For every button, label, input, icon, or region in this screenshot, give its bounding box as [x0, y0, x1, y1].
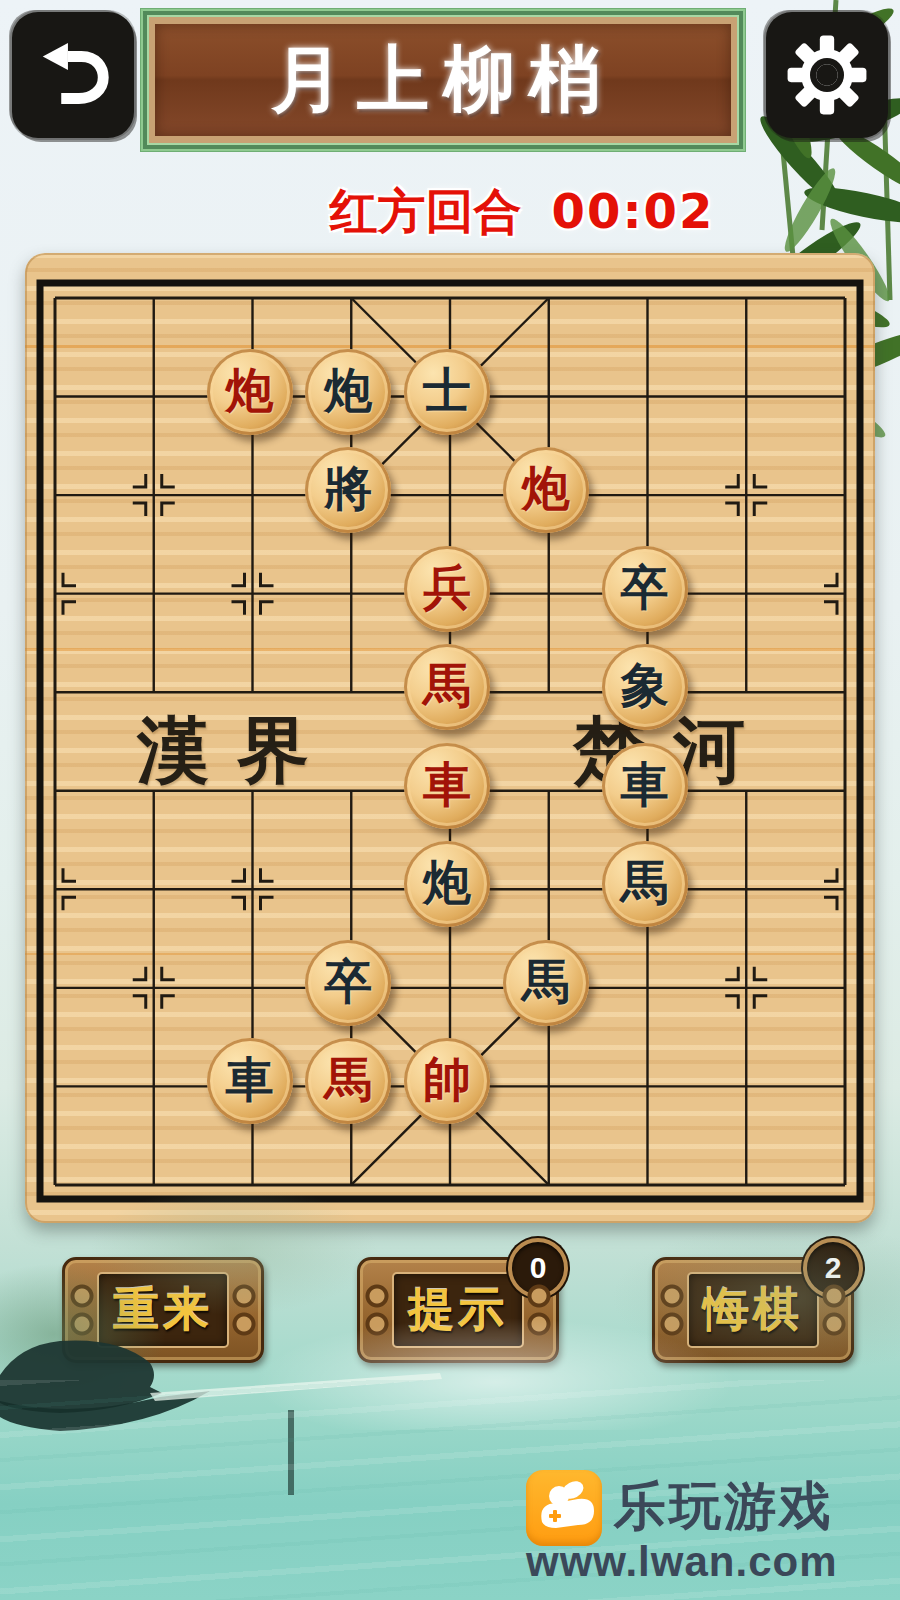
piece-character: 車: [423, 761, 471, 809]
piece-character: 馬: [423, 662, 471, 710]
restart-button[interactable]: 重来: [62, 1257, 264, 1363]
undo-button[interactable]: 悔棋 2: [652, 1257, 854, 1363]
hint-count-badge: 0: [508, 1238, 568, 1298]
brand-logo-icon: [526, 1470, 602, 1546]
piece-character: 馬: [324, 1056, 372, 1104]
hint-button[interactable]: 提示 0: [357, 1257, 559, 1363]
level-title: 月上柳梢: [143, 11, 743, 149]
piece-red-帥[interactable]: 帥: [404, 1038, 490, 1124]
piece-character: 炮: [226, 367, 274, 415]
piece-character: 士: [423, 367, 471, 415]
undo-count-badge: 2: [803, 1238, 863, 1298]
piece-red-馬[interactable]: 馬: [404, 644, 490, 730]
piece-character: 馬: [522, 958, 570, 1006]
piece-character: 帥: [423, 1056, 471, 1104]
piece-character: 車: [621, 761, 669, 809]
piece-character: 炮: [522, 465, 570, 513]
piece-character: 馬: [621, 859, 669, 907]
xiangqi-board[interactable]: 漢界 楚河 炮炮士將炮兵卒馬象車車炮馬卒馬車馬帥: [25, 253, 875, 1223]
piece-black-象[interactable]: 象: [602, 644, 688, 730]
undo-label: 悔棋: [703, 1279, 803, 1341]
piece-black-卒[interactable]: 卒: [602, 546, 688, 632]
piece-black-將[interactable]: 將: [305, 447, 391, 533]
piece-red-車[interactable]: 車: [404, 743, 490, 829]
app-screen: 月上柳梢 红方回合00:02 漢界 楚河 炮炮士將炮兵卒馬: [0, 0, 900, 1600]
restart-label: 重来: [113, 1279, 213, 1341]
gear-icon: [784, 32, 870, 118]
settings-button[interactable]: [766, 12, 888, 138]
piece-black-卒[interactable]: 卒: [305, 940, 391, 1026]
piece-character: 炮: [423, 859, 471, 907]
turn-timer: 00:02: [552, 183, 715, 239]
piece-red-炮[interactable]: 炮: [503, 447, 589, 533]
turn-label: 红方回合: [330, 185, 522, 238]
piece-red-炮[interactable]: 炮: [207, 349, 293, 435]
turn-status: 红方回合00:02: [72, 180, 900, 244]
piece-black-馬[interactable]: 馬: [503, 940, 589, 1026]
piece-red-兵[interactable]: 兵: [404, 546, 490, 632]
piece-black-炮[interactable]: 炮: [404, 841, 490, 927]
piece-black-士[interactable]: 士: [404, 349, 490, 435]
hint-label: 提示: [408, 1279, 508, 1341]
piece-black-炮[interactable]: 炮: [305, 349, 391, 435]
brand-name: 乐玩游戏: [614, 1472, 834, 1542]
piece-character: 兵: [423, 564, 471, 612]
piece-character: 卒: [621, 564, 669, 612]
brand-url: www.lwan.com: [526, 1538, 838, 1586]
piece-black-車[interactable]: 車: [207, 1038, 293, 1124]
rabbit-gamepad-icon: [526, 1470, 602, 1546]
piece-character: 將: [324, 465, 372, 513]
piece-character: 車: [226, 1056, 274, 1104]
piece-red-馬[interactable]: 馬: [305, 1038, 391, 1124]
piece-character: 卒: [324, 958, 372, 1006]
back-button[interactable]: [12, 12, 134, 138]
undo-arrow-icon: [31, 33, 115, 117]
pieces-layer: 炮炮士將炮兵卒馬象車車炮馬卒馬車馬帥: [25, 253, 875, 1223]
title-banner: 月上柳梢: [141, 9, 745, 151]
piece-black-車[interactable]: 車: [602, 743, 688, 829]
piece-character: 炮: [324, 367, 372, 415]
piece-black-馬[interactable]: 馬: [602, 841, 688, 927]
piece-character: 象: [621, 662, 669, 710]
